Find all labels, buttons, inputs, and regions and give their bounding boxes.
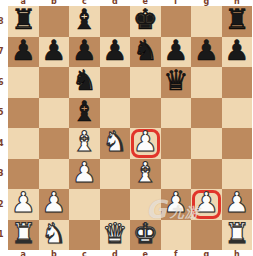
square-d7[interactable]: ♟ <box>100 37 131 68</box>
chess-app-screenshot: abcdefgh 87654321 ♜♝♚♜♟♟♟♟♞♟♟♟♞♛♝♝♞♟♟♝♟♟… <box>0 0 253 256</box>
piece-black-rook: ♜ <box>224 6 249 34</box>
square-a6[interactable] <box>8 67 39 98</box>
piece-white-pawn: ♟ <box>224 189 249 217</box>
piece-black-king: ♚ <box>133 6 158 34</box>
file-label-bottom-a: a <box>8 250 39 256</box>
file-label-bottom-d: d <box>100 250 131 256</box>
piece-white-knight: ♞ <box>102 128 127 156</box>
square-a7[interactable]: ♟ <box>8 37 39 68</box>
piece-white-bishop: ♝ <box>72 128 97 156</box>
square-d5[interactable] <box>100 98 131 129</box>
file-label-bottom-c: c <box>69 250 100 256</box>
square-a2[interactable]: ♟ <box>8 189 39 220</box>
square-b8[interactable] <box>39 6 70 37</box>
piece-white-queen: ♛ <box>102 220 127 248</box>
rank-label-1: 1 <box>0 220 8 251</box>
piece-white-pawn: ♟ <box>133 128 158 156</box>
file-label-bottom-f: f <box>161 250 192 256</box>
square-g6[interactable] <box>191 67 222 98</box>
piece-white-pawn: ♟ <box>41 189 66 217</box>
square-d2[interactable] <box>100 189 131 220</box>
rank-label-5: 5 <box>0 98 8 129</box>
square-f2[interactable]: ♟ <box>161 189 192 220</box>
square-h3[interactable] <box>222 159 253 190</box>
square-g8[interactable] <box>191 6 222 37</box>
square-c3[interactable]: ♟ <box>69 159 100 190</box>
piece-black-pawn: ♟ <box>41 37 66 65</box>
square-b1[interactable]: ♞ <box>39 220 70 251</box>
square-c8[interactable]: ♝ <box>69 6 100 37</box>
piece-black-pawn: ♟ <box>224 37 249 65</box>
square-e7[interactable]: ♞ <box>130 37 161 68</box>
square-g4[interactable] <box>191 128 222 159</box>
piece-black-rook: ♜ <box>11 6 36 34</box>
square-d1[interactable]: ♛ <box>100 220 131 251</box>
file-label-bottom-e: e <box>130 250 161 256</box>
piece-black-knight: ♞ <box>72 67 97 95</box>
square-c4[interactable]: ♝ <box>69 128 100 159</box>
square-h8[interactable]: ♜ <box>222 6 253 37</box>
piece-black-bishop: ♝ <box>72 6 97 34</box>
piece-white-rook: ♜ <box>224 220 249 248</box>
square-h4[interactable] <box>222 128 253 159</box>
square-b6[interactable] <box>39 67 70 98</box>
square-h6[interactable] <box>222 67 253 98</box>
square-a5[interactable] <box>8 98 39 129</box>
file-labels-bottom: abcdefgh <box>8 250 252 256</box>
square-h1[interactable]: ♜ <box>222 220 253 251</box>
square-d8[interactable] <box>100 6 131 37</box>
piece-white-rook: ♜ <box>11 220 36 248</box>
piece-black-pawn: ♟ <box>102 37 127 65</box>
file-label-bottom-h: h <box>222 250 253 256</box>
piece-black-bishop: ♝ <box>72 98 97 126</box>
rank-label-4: 4 <box>0 128 8 159</box>
piece-white-pawn: ♟ <box>72 159 97 187</box>
piece-black-pawn: ♟ <box>72 37 97 65</box>
piece-black-knight: ♞ <box>133 37 158 65</box>
square-g5[interactable] <box>191 98 222 129</box>
rank-label-3: 3 <box>0 159 8 190</box>
square-d6[interactable] <box>100 67 131 98</box>
board: ♜♝♚♜♟♟♟♟♞♟♟♟♞♛♝♝♞♟♟♝♟♟♟♟♟♜♞♛♚♜ <box>8 6 252 250</box>
square-g3[interactable] <box>191 159 222 190</box>
square-h2[interactable]: ♟ <box>222 189 253 220</box>
square-f6[interactable]: ♛ <box>161 67 192 98</box>
square-f1[interactable] <box>161 220 192 251</box>
piece-white-bishop: ♝ <box>133 159 158 187</box>
square-f3[interactable] <box>161 159 192 190</box>
rank-label-8: 8 <box>0 6 8 37</box>
square-e5[interactable] <box>130 98 161 129</box>
piece-black-pawn: ♟ <box>194 37 219 65</box>
square-b3[interactable] <box>39 159 70 190</box>
square-f8[interactable] <box>161 6 192 37</box>
square-a8[interactable]: ♜ <box>8 6 39 37</box>
square-f5[interactable] <box>161 98 192 129</box>
square-h5[interactable] <box>222 98 253 129</box>
square-c2[interactable] <box>69 189 100 220</box>
square-e1[interactable]: ♚ <box>130 220 161 251</box>
rank-label-2: 2 <box>0 189 8 220</box>
square-a1[interactable]: ♜ <box>8 220 39 251</box>
square-g2[interactable]: ♟ <box>191 189 222 220</box>
piece-black-queen: ♛ <box>163 67 188 95</box>
square-g1[interactable] <box>191 220 222 251</box>
square-e4[interactable]: ♟ <box>130 128 161 159</box>
square-e2[interactable] <box>130 189 161 220</box>
square-b2[interactable]: ♟ <box>39 189 70 220</box>
piece-white-king: ♚ <box>133 220 158 248</box>
square-g7[interactable]: ♟ <box>191 37 222 68</box>
rank-label-6: 6 <box>0 67 8 98</box>
piece-white-pawn: ♟ <box>163 189 188 217</box>
piece-white-pawn: ♟ <box>11 189 36 217</box>
square-c6[interactable]: ♞ <box>69 67 100 98</box>
square-h7[interactable]: ♟ <box>222 37 253 68</box>
square-d3[interactable] <box>100 159 131 190</box>
square-a3[interactable] <box>8 159 39 190</box>
square-e3[interactable]: ♝ <box>130 159 161 190</box>
square-c7[interactable]: ♟ <box>69 37 100 68</box>
square-e6[interactable] <box>130 67 161 98</box>
piece-black-pawn: ♟ <box>11 37 36 65</box>
piece-white-pawn: ♟ <box>194 189 219 217</box>
rank-labels-left: 87654321 <box>0 6 8 250</box>
file-label-bottom-b: b <box>39 250 70 256</box>
square-a4[interactable] <box>8 128 39 159</box>
square-f7[interactable]: ♟ <box>161 37 192 68</box>
square-b4[interactable] <box>39 128 70 159</box>
square-f4[interactable] <box>161 128 192 159</box>
piece-black-pawn: ♟ <box>163 37 188 65</box>
square-c1[interactable] <box>69 220 100 251</box>
square-e8[interactable]: ♚ <box>130 6 161 37</box>
square-b5[interactable] <box>39 98 70 129</box>
square-d4[interactable]: ♞ <box>100 128 131 159</box>
piece-white-knight: ♞ <box>41 220 66 248</box>
square-c5[interactable]: ♝ <box>69 98 100 129</box>
rank-label-7: 7 <box>0 37 8 68</box>
square-b7[interactable]: ♟ <box>39 37 70 68</box>
file-label-bottom-g: g <box>191 250 222 256</box>
